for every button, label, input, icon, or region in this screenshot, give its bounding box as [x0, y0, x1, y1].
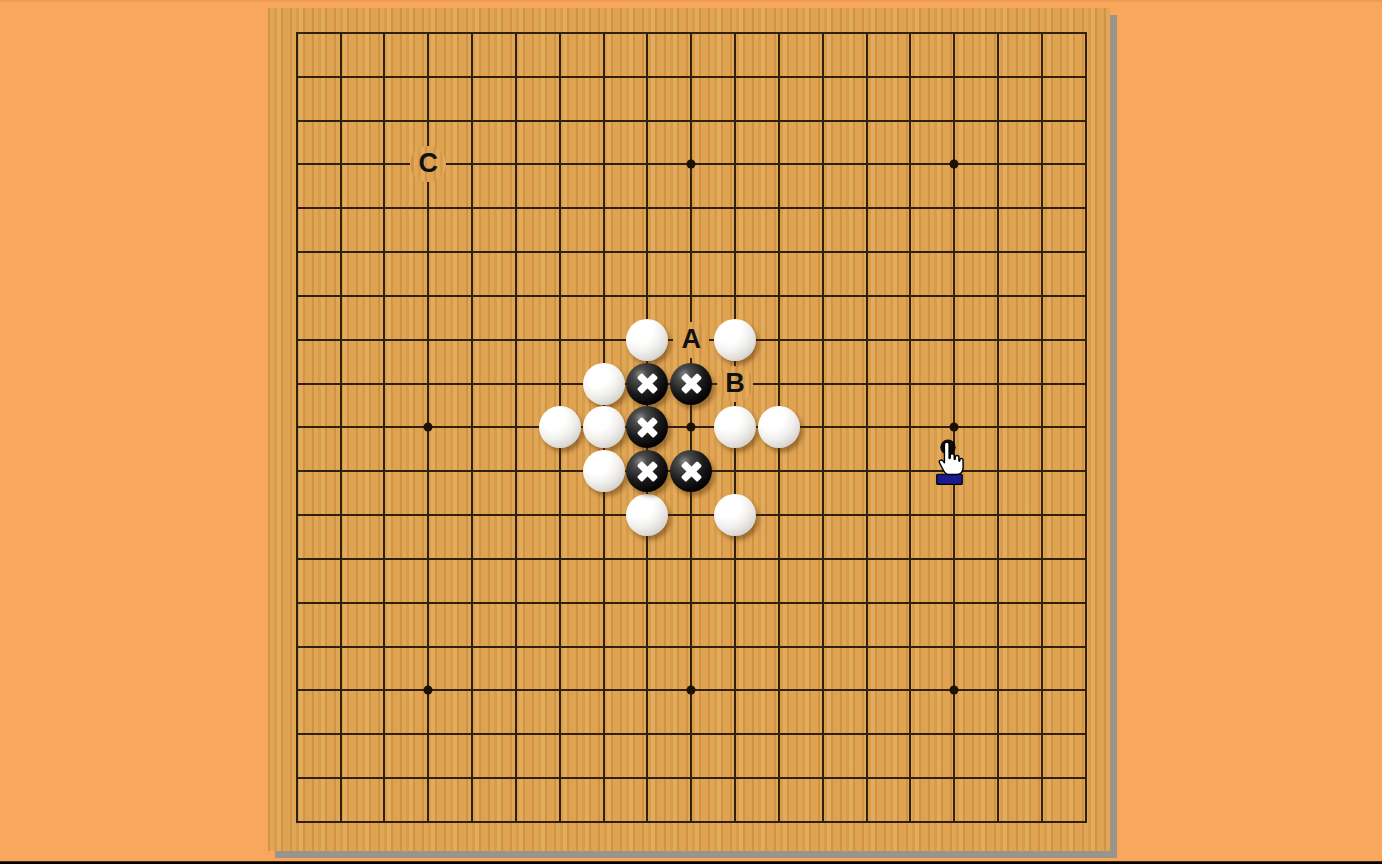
- star-point: [424, 423, 433, 432]
- grid-line-horizontal: [296, 777, 1087, 779]
- white-stone[interactable]: [626, 319, 668, 361]
- top-edge-strip: [0, 0, 1382, 2]
- star-point: [950, 686, 959, 695]
- star-point: [950, 160, 959, 169]
- star-point: [687, 423, 696, 432]
- white-stone[interactable]: [626, 494, 668, 536]
- black-stone-marked[interactable]: [670, 363, 712, 405]
- go-board[interactable]: ABC: [268, 8, 1110, 851]
- grid-line-horizontal: [296, 558, 1087, 560]
- grid-line-vertical: [1085, 32, 1087, 823]
- black-stone-marked[interactable]: [626, 363, 668, 405]
- cursor-cuff: [937, 474, 963, 484]
- grid-line-horizontal: [296, 602, 1087, 604]
- grid-line-vertical: [866, 32, 868, 823]
- black-stone-marked[interactable]: [670, 450, 712, 492]
- white-stone[interactable]: [583, 450, 625, 492]
- grid-line-vertical: [822, 32, 824, 823]
- white-stone[interactable]: [714, 406, 756, 448]
- black-stone-marked[interactable]: [626, 406, 668, 448]
- app-screen: ABC: [0, 0, 1382, 864]
- point-label-b[interactable]: B: [725, 370, 745, 397]
- star-point: [687, 160, 696, 169]
- grid-line-vertical: [909, 32, 911, 823]
- grid-line-horizontal: [296, 514, 1087, 516]
- black-stone-marked[interactable]: [626, 450, 668, 492]
- hand-cursor-icon: [930, 437, 968, 486]
- star-point: [424, 686, 433, 695]
- grid-line-vertical: [997, 32, 999, 823]
- grid-line-horizontal: [296, 733, 1087, 735]
- grid-line-horizontal: [296, 821, 1087, 823]
- white-stone[interactable]: [539, 406, 581, 448]
- star-point: [687, 686, 696, 695]
- white-stone[interactable]: [583, 406, 625, 448]
- point-label-c[interactable]: C: [418, 150, 438, 177]
- point-label-a[interactable]: A: [681, 326, 701, 353]
- white-stone[interactable]: [583, 363, 625, 405]
- grid-line-vertical: [1041, 32, 1043, 823]
- white-stone[interactable]: [758, 406, 800, 448]
- white-stone[interactable]: [714, 319, 756, 361]
- star-point: [950, 423, 959, 432]
- grid-line-horizontal: [296, 646, 1087, 648]
- white-stone[interactable]: [714, 494, 756, 536]
